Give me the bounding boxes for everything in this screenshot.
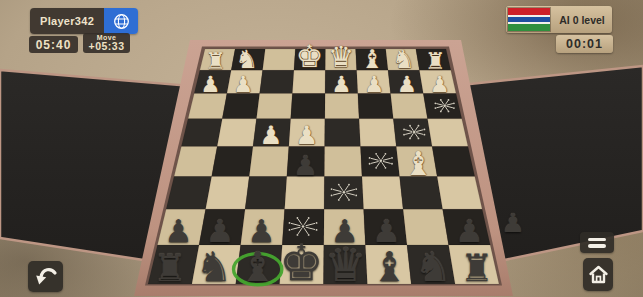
home-icon <box>588 264 609 285</box>
square-g5[interactable] <box>212 146 253 176</box>
square-g7[interactable] <box>199 209 245 245</box>
move-time: +05:33 <box>89 41 125 52</box>
square-e4[interactable] <box>289 119 325 147</box>
square-d7[interactable] <box>324 209 366 245</box>
undo-arrow-icon <box>33 265 59 289</box>
square-b8[interactable] <box>407 245 455 284</box>
square-c8[interactable] <box>365 245 411 284</box>
square-f2[interactable] <box>260 70 294 93</box>
square-e1[interactable] <box>294 49 326 70</box>
square-h6[interactable] <box>166 177 212 210</box>
menu-icon <box>588 238 606 242</box>
square-d4[interactable] <box>325 119 361 147</box>
square-b5[interactable] <box>396 146 437 176</box>
ai-badge: AI 0 level <box>506 6 612 33</box>
square-b4[interactable] <box>393 119 432 147</box>
square-g4[interactable] <box>217 119 256 147</box>
square-f3[interactable] <box>256 94 292 119</box>
square-b1[interactable] <box>386 49 420 70</box>
online-globe-button[interactable] <box>104 8 138 34</box>
square-a6[interactable] <box>437 177 482 210</box>
square-g6[interactable] <box>206 177 250 210</box>
gambia-flag-icon <box>508 8 550 31</box>
square-h7[interactable] <box>157 209 205 245</box>
square-c3[interactable] <box>358 94 393 119</box>
square-b6[interactable] <box>400 177 443 210</box>
square-e2[interactable] <box>292 70 325 93</box>
square-f7[interactable] <box>241 209 285 245</box>
square-e6[interactable] <box>285 177 325 210</box>
square-b2[interactable] <box>388 70 423 93</box>
square-f1[interactable] <box>263 49 296 70</box>
square-g1[interactable] <box>231 49 265 70</box>
move-timer-badge: Move +05:33 <box>83 33 130 53</box>
square-b3[interactable] <box>391 94 428 119</box>
square-h2[interactable] <box>194 70 231 93</box>
square-c4[interactable] <box>359 119 396 147</box>
square-c6[interactable] <box>362 177 403 210</box>
square-d3[interactable] <box>325 94 359 119</box>
square-h4[interactable] <box>181 119 222 147</box>
home-button[interactable] <box>583 258 613 291</box>
square-c1[interactable] <box>356 49 388 70</box>
square-b7[interactable] <box>403 209 448 245</box>
square-e8[interactable] <box>280 245 324 284</box>
square-a2[interactable] <box>419 70 456 93</box>
player-clock: 05:40 <box>29 36 78 53</box>
player-badge[interactable]: Player342 <box>30 8 138 34</box>
square-d8[interactable] <box>324 245 368 284</box>
square-g3[interactable] <box>222 94 259 119</box>
player-name: Player342 <box>30 8 104 34</box>
undo-button[interactable] <box>28 261 63 292</box>
square-d2[interactable] <box>325 70 358 93</box>
square-d5[interactable] <box>324 146 362 176</box>
square-h1[interactable] <box>200 49 235 70</box>
square-d1[interactable] <box>325 49 356 70</box>
square-a1[interactable] <box>416 49 451 70</box>
menu-button[interactable] <box>580 232 614 253</box>
globe-icon <box>113 13 130 30</box>
square-a5[interactable] <box>432 146 475 176</box>
square-a4[interactable] <box>428 119 468 147</box>
square-f5[interactable] <box>249 146 289 176</box>
square-f6[interactable] <box>245 177 287 210</box>
square-e5[interactable] <box>287 146 325 176</box>
square-h3[interactable] <box>188 94 227 119</box>
square-h5[interactable] <box>174 146 217 176</box>
square-a8[interactable] <box>449 245 499 284</box>
square-c7[interactable] <box>364 209 407 245</box>
square-a7[interactable] <box>443 209 491 245</box>
square-c2[interactable] <box>357 70 391 93</box>
square-f4[interactable] <box>253 119 291 147</box>
square-e3[interactable] <box>291 94 325 119</box>
ai-name: AI 0 level <box>556 14 612 26</box>
square-g2[interactable] <box>227 70 263 93</box>
game-scene: ♜♞♚♛♝♞♜♟♟♟♟♟♟♟♟♝♟♟♟♟♟♟♟♜♞♝♚♛♝♞♜♟ Player3… <box>0 0 643 297</box>
ai-clock: 00:01 <box>556 35 613 53</box>
